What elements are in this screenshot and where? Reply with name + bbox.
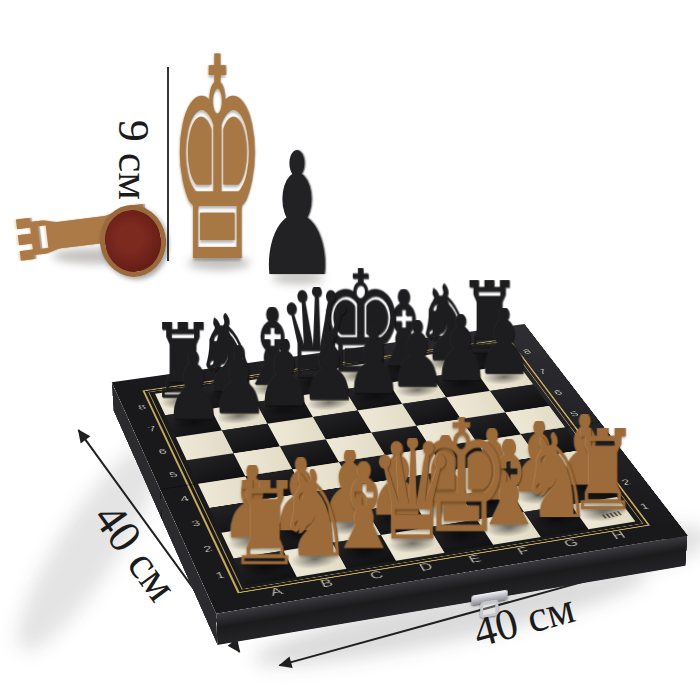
clasp — [471, 590, 508, 606]
chess-board: ♜♞♝♛♚♝♞♜♟♟♟♟♟♟♟♟♟♟♟♟♟♟♟♟♜♞♝♛♚♝♞♜ ABCDEFG… — [112, 324, 688, 614]
fallen-rook-piece: ♜ — [38, 196, 163, 276]
white-rook-a1: ♜ — [229, 480, 302, 567]
square-a1: ♜ — [234, 551, 297, 586]
product-photo: ♜ ♚ ♟ 9 см 40 см 40 см ♜♞♝♛♚♝♞♜♟♟♟♟♟♟♟♟♟… — [0, 0, 700, 700]
black-pawn-a7: ♟ — [164, 352, 223, 422]
height-dimension-label: 9 см — [108, 120, 159, 200]
board-scene: ♜♞♝♛♚♝♞♜♟♟♟♟♟♟♟♟♟♟♟♟♟♟♟♟♜♞♝♛♚♝♞♜ ABCDEFG… — [155, 225, 615, 685]
